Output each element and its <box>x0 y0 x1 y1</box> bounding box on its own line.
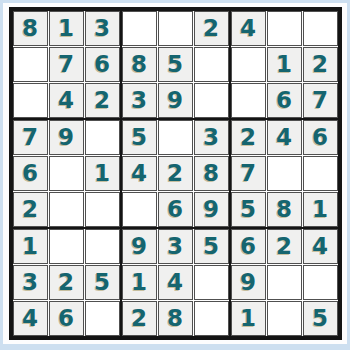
cell-r3c8: 6 <box>267 83 302 118</box>
sudoku-box-1: 8137642 <box>13 11 120 118</box>
cell-r9c1: 4 <box>13 301 48 336</box>
cell-r5c2[interactable] <box>49 156 84 191</box>
cell-r4c1: 7 <box>13 120 48 155</box>
cell-r8c6[interactable] <box>194 265 229 300</box>
cell-r6c7: 5 <box>231 192 266 227</box>
sudoku-box-5: 5342869 <box>122 120 229 227</box>
cell-r5c8[interactable] <box>267 156 302 191</box>
cell-r4c7: 2 <box>231 120 266 155</box>
cell-r5c3: 1 <box>85 156 120 191</box>
cell-r9c2: 6 <box>49 301 84 336</box>
sudoku-box-2: 28539 <box>122 11 229 118</box>
cell-r3c4: 3 <box>122 83 157 118</box>
cell-r7c4: 9 <box>122 229 157 264</box>
sudoku-box-4: 79612 <box>13 120 120 227</box>
cell-r7c1: 1 <box>13 229 48 264</box>
cell-r3c5: 9 <box>158 83 193 118</box>
cell-r4c5[interactable] <box>158 120 193 155</box>
cell-r8c1: 3 <box>13 265 48 300</box>
cell-r2c7[interactable] <box>231 47 266 82</box>
cell-r9c8[interactable] <box>267 301 302 336</box>
sudoku-box-6: 2467581 <box>231 120 338 227</box>
cell-r3c6[interactable] <box>194 83 229 118</box>
cell-r9c3[interactable] <box>85 301 120 336</box>
cell-r9c5: 8 <box>158 301 193 336</box>
cell-r7c3[interactable] <box>85 229 120 264</box>
cell-r2c4: 8 <box>122 47 157 82</box>
cell-r4c6: 3 <box>194 120 229 155</box>
cell-r4c8: 4 <box>267 120 302 155</box>
cell-r4c4: 5 <box>122 120 157 155</box>
cell-r6c9: 1 <box>303 192 338 227</box>
cell-r7c8: 2 <box>267 229 302 264</box>
cell-r8c9[interactable] <box>303 265 338 300</box>
cell-r6c3[interactable] <box>85 192 120 227</box>
cell-r6c4[interactable] <box>122 192 157 227</box>
cell-r6c2[interactable] <box>49 192 84 227</box>
puzzle-page: 8137642285394126779612534286924675811325… <box>3 3 347 344</box>
sudoku-box-8: 9351428 <box>122 229 229 336</box>
cell-r8c3: 5 <box>85 265 120 300</box>
cell-r2c1[interactable] <box>13 47 48 82</box>
cell-r1c8[interactable] <box>267 11 302 46</box>
cell-r6c6: 9 <box>194 192 229 227</box>
sudoku-box-3: 41267 <box>231 11 338 118</box>
sudoku-box-7: 132546 <box>13 229 120 336</box>
cell-r1c9[interactable] <box>303 11 338 46</box>
cell-r3c7[interactable] <box>231 83 266 118</box>
cell-r7c2[interactable] <box>49 229 84 264</box>
cell-r2c2: 7 <box>49 47 84 82</box>
cell-r5c9[interactable] <box>303 156 338 191</box>
cell-r2c9: 2 <box>303 47 338 82</box>
cell-r3c9: 7 <box>303 83 338 118</box>
cell-r5c4: 4 <box>122 156 157 191</box>
cell-r5c6: 8 <box>194 156 229 191</box>
cell-r6c8: 8 <box>267 192 302 227</box>
cell-r3c3: 2 <box>85 83 120 118</box>
cell-r3c2: 4 <box>49 83 84 118</box>
cell-r2c8: 1 <box>267 47 302 82</box>
cell-r2c5: 5 <box>158 47 193 82</box>
cell-r5c5: 2 <box>158 156 193 191</box>
cell-r1c7: 4 <box>231 11 266 46</box>
cell-r5c7: 7 <box>231 156 266 191</box>
cell-r2c6[interactable] <box>194 47 229 82</box>
cell-r1c5[interactable] <box>158 11 193 46</box>
cell-r1c2: 1 <box>49 11 84 46</box>
cell-r7c6: 5 <box>194 229 229 264</box>
cell-r1c1: 8 <box>13 11 48 46</box>
cell-r8c2: 2 <box>49 265 84 300</box>
cell-r6c1: 2 <box>13 192 48 227</box>
cell-r9c7: 1 <box>231 301 266 336</box>
cell-r4c2: 9 <box>49 120 84 155</box>
cell-r8c7: 9 <box>231 265 266 300</box>
sudoku-box-9: 624915 <box>231 229 338 336</box>
cell-r8c8[interactable] <box>267 265 302 300</box>
cell-r1c3: 3 <box>85 11 120 46</box>
cell-r8c4: 1 <box>122 265 157 300</box>
cell-r1c4[interactable] <box>122 11 157 46</box>
cell-r1c6: 2 <box>194 11 229 46</box>
cell-r7c7: 6 <box>231 229 266 264</box>
cell-r4c9: 6 <box>303 120 338 155</box>
cell-r7c9: 4 <box>303 229 338 264</box>
sudoku-board: 8137642285394126779612534286924675811325… <box>9 7 342 340</box>
cell-r8c5: 4 <box>158 265 193 300</box>
cell-r6c5: 6 <box>158 192 193 227</box>
cell-r9c9: 5 <box>303 301 338 336</box>
cell-r3c1[interactable] <box>13 83 48 118</box>
cell-r7c5: 3 <box>158 229 193 264</box>
cell-r5c1: 6 <box>13 156 48 191</box>
cell-r2c3: 6 <box>85 47 120 82</box>
cell-r9c4: 2 <box>122 301 157 336</box>
cell-r9c6[interactable] <box>194 301 229 336</box>
cell-r4c3[interactable] <box>85 120 120 155</box>
